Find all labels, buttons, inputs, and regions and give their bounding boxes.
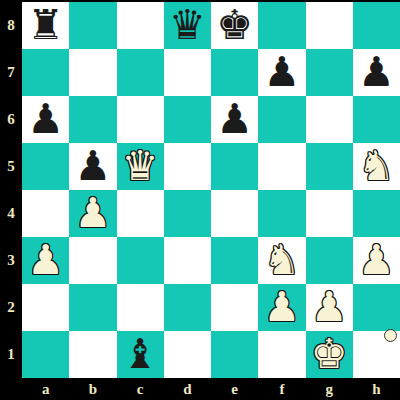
file-label-d: d	[164, 378, 211, 400]
square-h8[interactable]	[353, 2, 400, 49]
square-d6[interactable]	[164, 96, 211, 143]
white-pawn[interactable]: ♟	[358, 237, 395, 284]
square-f1[interactable]	[258, 331, 305, 378]
square-c2[interactable]	[117, 284, 164, 331]
file-label-g: g	[306, 378, 353, 400]
square-a5[interactable]	[22, 143, 69, 190]
file-label-c: c	[117, 378, 164, 400]
square-f6[interactable]	[258, 96, 305, 143]
square-e8[interactable]: ♚	[211, 2, 258, 49]
square-h7[interactable]: ♟	[353, 49, 400, 96]
square-g6[interactable]	[306, 96, 353, 143]
square-e1[interactable]	[211, 331, 258, 378]
square-f7[interactable]: ♟	[258, 49, 305, 96]
white-pawn[interactable]: ♟	[263, 284, 300, 331]
rank-label-8: 8	[0, 2, 22, 49]
square-c1[interactable]: ♝	[117, 331, 164, 378]
square-h3[interactable]: ♟	[353, 237, 400, 284]
square-e7[interactable]	[211, 49, 258, 96]
square-a4[interactable]	[22, 190, 69, 237]
square-g4[interactable]	[306, 190, 353, 237]
square-e3[interactable]	[211, 237, 258, 284]
black-pawn[interactable]: ♟	[74, 143, 111, 190]
black-bishop[interactable]: ♝	[122, 331, 159, 378]
rank-labels: 87654321	[0, 2, 22, 378]
square-h2[interactable]	[353, 284, 400, 331]
black-queen[interactable]: ♛	[169, 2, 206, 49]
square-b8[interactable]	[69, 2, 116, 49]
rank-label-5: 5	[0, 143, 22, 190]
square-d4[interactable]	[164, 190, 211, 237]
square-a3[interactable]: ♟	[22, 237, 69, 284]
square-d2[interactable]	[164, 284, 211, 331]
square-c4[interactable]	[117, 190, 164, 237]
square-d8[interactable]: ♛	[164, 2, 211, 49]
white-pawn[interactable]: ♟	[27, 237, 64, 284]
square-f2[interactable]: ♟	[258, 284, 305, 331]
square-e5[interactable]	[211, 143, 258, 190]
black-pawn[interactable]: ♟	[27, 96, 64, 143]
square-d5[interactable]	[164, 143, 211, 190]
square-e6[interactable]: ♟	[211, 96, 258, 143]
chess-board: ♜♛♚♟♟♟♟♟♛♞♟♟♞♟♟♟♝♚	[22, 2, 400, 378]
square-g5[interactable]	[306, 143, 353, 190]
square-h5[interactable]: ♞	[353, 143, 400, 190]
file-label-f: f	[258, 378, 305, 400]
square-e4[interactable]	[211, 190, 258, 237]
file-label-e: e	[211, 378, 258, 400]
file-label-h: h	[353, 378, 400, 400]
white-pawn[interactable]: ♟	[74, 190, 111, 237]
square-b2[interactable]	[69, 284, 116, 331]
white-knight[interactable]: ♞	[263, 237, 300, 284]
rank-label-7: 7	[0, 49, 22, 96]
black-rook[interactable]: ♜	[27, 2, 64, 49]
rank-label-1: 1	[0, 331, 22, 378]
square-g1[interactable]: ♚	[306, 331, 353, 378]
file-label-a: a	[22, 378, 69, 400]
black-pawn[interactable]: ♟	[358, 49, 395, 96]
square-b1[interactable]	[69, 331, 116, 378]
square-f8[interactable]	[258, 2, 305, 49]
rank-label-6: 6	[0, 96, 22, 143]
square-c5[interactable]: ♛	[117, 143, 164, 190]
square-c3[interactable]	[117, 237, 164, 284]
square-a8[interactable]: ♜	[22, 2, 69, 49]
square-h6[interactable]	[353, 96, 400, 143]
rank-label-4: 4	[0, 190, 22, 237]
file-label-b: b	[69, 378, 116, 400]
square-b3[interactable]	[69, 237, 116, 284]
square-d1[interactable]	[164, 331, 211, 378]
square-c6[interactable]	[117, 96, 164, 143]
square-c7[interactable]	[117, 49, 164, 96]
square-e2[interactable]	[211, 284, 258, 331]
square-g2[interactable]: ♟	[306, 284, 353, 331]
file-labels: abcdefgh	[22, 378, 400, 400]
square-a2[interactable]	[22, 284, 69, 331]
square-b6[interactable]	[69, 96, 116, 143]
square-d7[interactable]	[164, 49, 211, 96]
square-c8[interactable]	[117, 2, 164, 49]
square-f5[interactable]	[258, 143, 305, 190]
square-g3[interactable]	[306, 237, 353, 284]
white-king[interactable]: ♚	[311, 331, 348, 378]
square-d3[interactable]	[164, 237, 211, 284]
square-g8[interactable]	[306, 2, 353, 49]
square-b5[interactable]: ♟	[69, 143, 116, 190]
square-a1[interactable]	[22, 331, 69, 378]
square-a7[interactable]	[22, 49, 69, 96]
square-f4[interactable]	[258, 190, 305, 237]
black-pawn[interactable]: ♟	[216, 96, 253, 143]
square-g7[interactable]	[306, 49, 353, 96]
white-pawn[interactable]: ♟	[311, 284, 348, 331]
square-b4[interactable]: ♟	[69, 190, 116, 237]
square-a6[interactable]: ♟	[22, 96, 69, 143]
rank-label-3: 3	[0, 237, 22, 284]
square-h4[interactable]	[353, 190, 400, 237]
square-f3[interactable]: ♞	[258, 237, 305, 284]
black-pawn[interactable]: ♟	[263, 49, 300, 96]
white-queen[interactable]: ♛	[122, 143, 159, 190]
square-b7[interactable]	[69, 49, 116, 96]
rank-label-2: 2	[0, 284, 22, 331]
black-king[interactable]: ♚	[216, 2, 253, 49]
chess-diagram: 87654321 ♜♛♚♟♟♟♟♟♛♞♟♟♞♟♟♟♝♚ abcdefgh	[0, 0, 400, 400]
white-to-move-indicator	[384, 329, 397, 342]
white-knight[interactable]: ♞	[358, 143, 395, 190]
